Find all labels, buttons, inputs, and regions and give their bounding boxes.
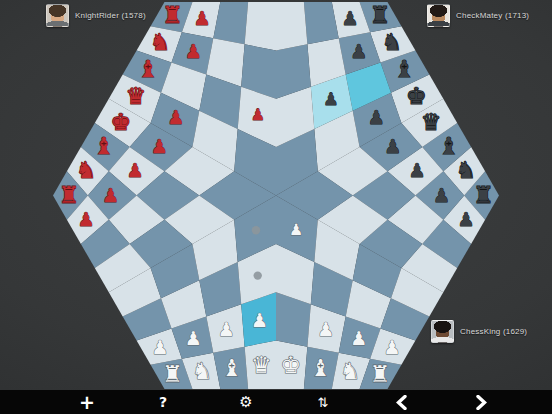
cell-red-a4[interactable] [245,2,276,50]
board[interactable]: ♜♞♝♛♚♝♞♜♟♟♟♟♟♟♟♟♜♞♝♛♚♝♞♜♟♟♟♟♟♟♟♟♜♞♝♛♚♝♞♜… [0,0,552,414]
piece-white-rook-h1[interactable]: ♜ [369,361,390,387]
player-black: CheckMatey (1713) [427,4,529,27]
player-red-label: KnightRider (1578) [75,11,146,20]
piece-red-bishop-f1[interactable]: ♝ [93,133,114,159]
next-move-button[interactable] [461,390,501,414]
piece-black-pawn-e2[interactable]: ♟ [368,106,385,128]
toolbar: + ? ⚙ ⇅ [0,390,552,414]
chevron-left-icon [396,395,407,410]
piece-black-pawn-a2[interactable]: ♟ [457,208,474,230]
player-red: KnightRider (1578) [46,4,146,27]
piece-black-pawn-g2[interactable]: ♟ [350,40,367,62]
piece-black-king-e1[interactable]: ♚ [406,83,427,109]
piece-white-pawn-h2[interactable]: ♟ [383,336,400,358]
piece-white-pawn-d2[interactable]: ♟ [251,309,268,331]
cell-black-h4[interactable] [276,2,307,50]
piece-red-rook-a1[interactable]: ♜ [162,2,183,28]
piece-red-knight-b1[interactable]: ♞ [150,29,171,55]
move-hint-dot-d4[interactable] [252,226,260,234]
piece-black-pawn-d2[interactable]: ♟ [384,135,401,157]
player-black-label: CheckMatey (1713) [456,11,529,20]
piece-black-bishop-f1[interactable]: ♝ [394,56,415,82]
piece-white-pawn-f2[interactable]: ♟ [317,318,334,340]
piece-white-rook-a1[interactable]: ♜ [162,361,183,387]
piece-black-pawn-b2[interactable]: ♟ [433,184,450,206]
piece-red-pawn-d2[interactable]: ♟ [167,106,184,128]
piece-white-queen-d1[interactable]: ♛ [251,352,272,378]
piece-red-rook-h1[interactable]: ♜ [58,182,79,208]
piece-black-knight-b1[interactable]: ♞ [456,157,477,183]
piece-white-king-e1[interactable]: ♚ [280,352,301,378]
previous-move-button[interactable] [381,390,421,414]
piece-white-knight-g1[interactable]: ♞ [340,358,361,384]
piece-red-pawn-f2[interactable]: ♟ [126,159,143,181]
piece-red-pawn-e2[interactable]: ♟ [151,135,168,157]
piece-red-pawn-a2[interactable]: ♟ [193,7,210,29]
piece-white-bishop-f1[interactable]: ♝ [310,355,331,381]
avatar-black [427,4,450,27]
player-white-label: ChessKing (1629) [460,327,527,336]
piece-black-rook-a1[interactable]: ♜ [473,182,494,208]
player-white: ChessKing (1629) [431,320,527,343]
piece-black-knight-g1[interactable]: ♞ [382,29,403,55]
chevron-right-icon [476,395,487,410]
piece-white-pawn-b2[interactable]: ♟ [185,327,202,349]
piece-black-queen-d1[interactable]: ♛ [421,109,442,135]
help-button[interactable]: ? [143,390,183,414]
piece-white-knight-b1[interactable]: ♞ [192,358,213,384]
piece-red-pawn-h2[interactable]: ♟ [78,208,95,230]
piece-red-king-e1[interactable]: ♚ [111,109,132,135]
swap-arrows-icon[interactable]: ⇅ [303,390,343,414]
avatar-red [46,4,69,27]
piece-black-pawn-c2[interactable]: ♟ [409,159,426,181]
move-hint-dot-d3[interactable] [254,271,262,279]
piece-white-bishop-c1[interactable]: ♝ [221,355,242,381]
piece-white-pawn-a2[interactable]: ♟ [152,336,169,358]
piece-red-pawn-c4[interactable]: ♟ [251,105,265,124]
piece-black-rook-h1[interactable]: ♜ [369,2,390,28]
piece-white-pawn-e4[interactable]: ♟ [289,220,303,239]
piece-white-pawn-g2[interactable]: ♟ [350,327,367,349]
piece-red-pawn-b2[interactable]: ♟ [185,40,202,62]
avatar-white [431,320,454,343]
new-game-button[interactable]: + [67,390,107,414]
piece-black-bishop-c1[interactable]: ♝ [438,133,459,159]
settings-gear-icon[interactable]: ⚙ [226,390,266,414]
piece-black-pawn-f3[interactable]: ♟ [323,89,338,109]
piece-red-bishop-c1[interactable]: ♝ [138,56,159,82]
piece-black-pawn-h2[interactable]: ♟ [341,7,358,29]
piece-red-knight-g1[interactable]: ♞ [76,157,97,183]
piece-red-queen-d1[interactable]: ♛ [125,83,146,109]
piece-red-pawn-g2[interactable]: ♟ [102,184,119,206]
piece-white-pawn-c2[interactable]: ♟ [218,318,235,340]
